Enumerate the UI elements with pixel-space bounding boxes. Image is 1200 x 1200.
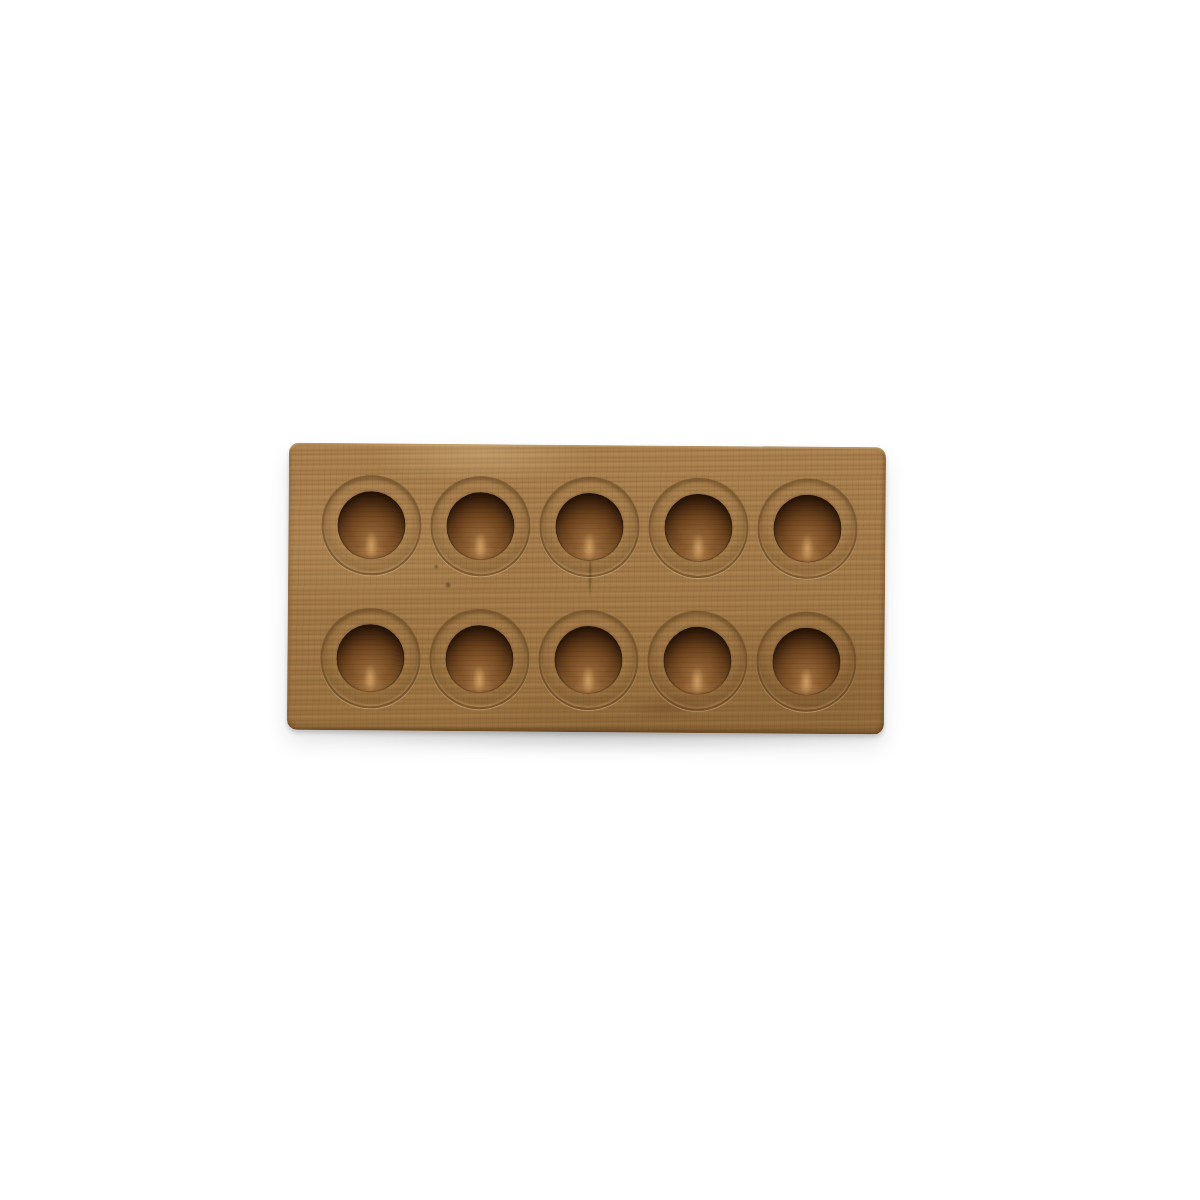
pit-r2-c3[interactable] [538, 610, 639, 711]
pit-hollow [663, 627, 732, 696]
pit-hollow [445, 625, 514, 694]
pit-hollow [336, 624, 405, 693]
pit-r1-c1[interactable] [321, 475, 422, 576]
pit-r2-c2[interactable] [429, 609, 530, 710]
pit-r2-c4[interactable] [647, 610, 748, 711]
pit-r2-c1[interactable] [320, 608, 421, 709]
pit-hollow [773, 494, 842, 563]
pit-grid [287, 443, 886, 735]
pit-r2-c5[interactable] [756, 611, 857, 712]
mancala-board [287, 443, 886, 735]
pit-hollow [664, 494, 733, 563]
pit-hollow [337, 491, 406, 560]
page-background [0, 0, 1200, 1200]
pit-hollow [554, 626, 623, 695]
pit-r1-c4[interactable] [648, 477, 749, 578]
pit-r1-c2[interactable] [430, 476, 531, 577]
pit-hollow [555, 493, 624, 562]
pit-r1-c3[interactable] [539, 477, 640, 578]
pit-hollow [772, 627, 841, 696]
pit-hollow [446, 492, 515, 561]
pit-r1-c5[interactable] [757, 478, 858, 579]
